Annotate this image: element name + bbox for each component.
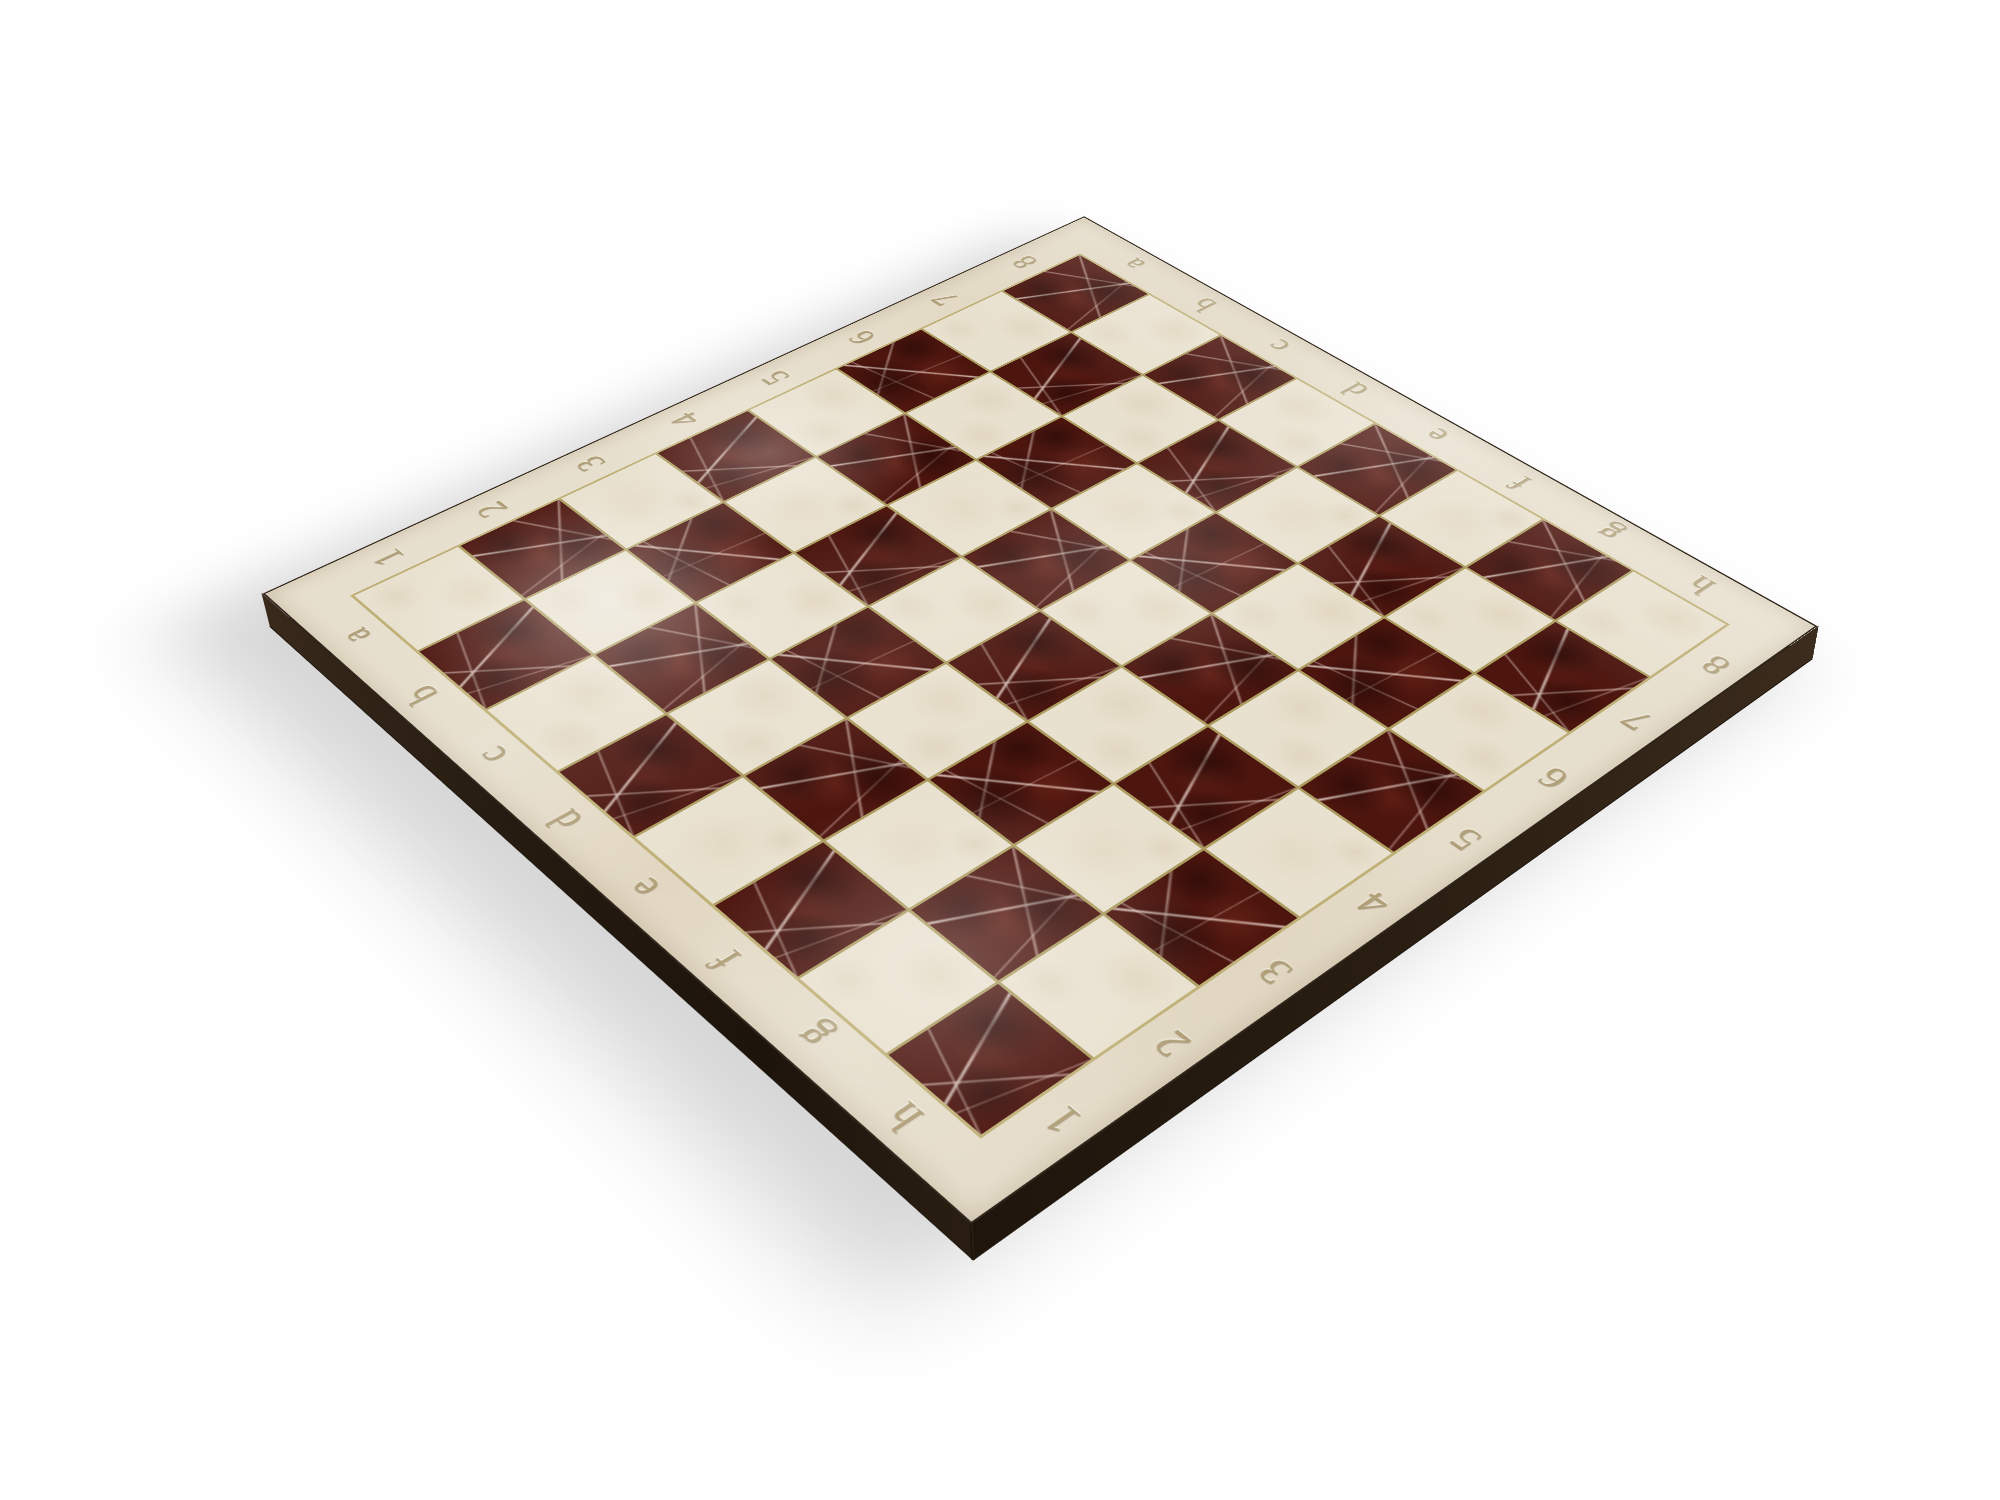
product-photo-stage: abcdefgh abcdefgh 87654321 87654321	[0, 0, 2000, 1500]
square-f3	[930, 723, 1111, 843]
square-g4	[1116, 727, 1297, 848]
square-f5	[1124, 615, 1296, 724]
coords-bottom-file-letters: abcdefgh	[296, 596, 981, 1179]
playing-field	[350, 253, 1730, 1138]
square-h7	[1477, 622, 1649, 731]
square-c1	[488, 657, 664, 771]
square-e4	[948, 611, 1120, 720]
file-bottom-label-e: e	[575, 838, 711, 940]
square-e2	[745, 719, 926, 839]
square-d2	[668, 660, 844, 774]
square-e3	[849, 664, 1025, 778]
square-h6	[1391, 675, 1567, 790]
square-h1	[889, 984, 1091, 1134]
chess-board-3d: abcdefgh abcdefgh 87654321 87654321	[262, 216, 1817, 1224]
square-f4	[1030, 668, 1206, 783]
square-g1	[800, 912, 996, 1054]
square-d3	[772, 608, 944, 717]
square-f1	[715, 843, 906, 977]
square-h3	[1106, 851, 1297, 985]
square-g6	[1300, 619, 1472, 728]
file-bottom-label-d: d	[500, 773, 632, 870]
square-g2	[911, 847, 1102, 981]
square-c2	[595, 604, 767, 712]
perspective-container: abcdefgh abcdefgh 87654321 87654321	[479, 49, 1602, 1172]
square-d1	[559, 715, 740, 835]
file-bottom-label-c: c	[428, 711, 555, 803]
square-h5	[1301, 731, 1482, 852]
square-f2	[826, 781, 1012, 908]
board-surface: abcdefgh abcdefgh 87654321 87654321	[262, 216, 1817, 1224]
camera-tilt-layer: abcdefgh abcdefgh 87654321 87654321	[0, 0, 2000, 1500]
square-h2	[1001, 916, 1197, 1058]
square-h4	[1206, 789, 1392, 916]
square-e1	[635, 777, 821, 904]
square-b1	[419, 600, 591, 708]
coords-right-rank-numbers: 87654321	[981, 624, 1779, 1180]
square-g5	[1210, 671, 1386, 786]
square-g3	[1016, 785, 1202, 912]
